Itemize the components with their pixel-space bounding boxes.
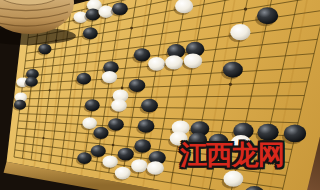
watermark-text: 江西龙网 bbox=[180, 141, 284, 168]
white-stone bbox=[148, 57, 165, 71]
black-stone bbox=[134, 48, 151, 61]
black-stone bbox=[83, 27, 98, 39]
white-stone bbox=[147, 161, 164, 175]
black-stone bbox=[223, 62, 243, 78]
black-stone bbox=[138, 119, 155, 132]
white-stone bbox=[82, 117, 97, 129]
white-stone bbox=[131, 159, 148, 172]
black-stone bbox=[112, 2, 128, 15]
black-stone bbox=[93, 127, 108, 139]
black-stone bbox=[38, 44, 51, 55]
go-photo-scene: 江西龙网 bbox=[0, 0, 320, 190]
black-stone bbox=[257, 7, 278, 24]
black-stone bbox=[91, 145, 106, 157]
black-stone bbox=[77, 73, 92, 85]
black-stone bbox=[85, 99, 100, 111]
black-stone bbox=[118, 148, 134, 161]
black-stone bbox=[134, 139, 151, 152]
white-stone bbox=[165, 55, 183, 69]
white-stone bbox=[115, 167, 131, 180]
black-stone bbox=[141, 99, 158, 113]
white-stone bbox=[102, 71, 117, 83]
black-stone bbox=[14, 100, 26, 110]
white-stone bbox=[102, 155, 117, 167]
black-stone bbox=[284, 125, 306, 143]
black-stone bbox=[25, 77, 38, 87]
black-stone bbox=[77, 152, 92, 164]
white-stone bbox=[223, 171, 243, 187]
black-stone bbox=[108, 118, 124, 131]
white-stone bbox=[230, 24, 250, 40]
white-stone bbox=[111, 99, 127, 112]
black-stone bbox=[129, 79, 145, 92]
white-stone bbox=[184, 53, 203, 68]
